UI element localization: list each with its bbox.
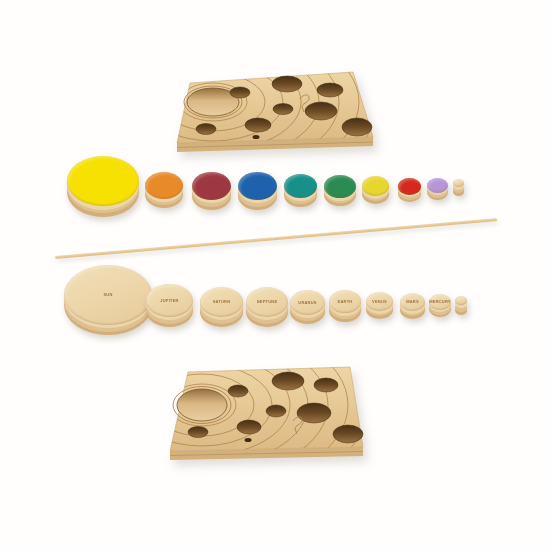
labeled-disc-neptune[interactable]: NEPTUNE [246, 287, 288, 327]
colored-disc-7[interactable] [362, 176, 389, 204]
wooden-stick[interactable] [55, 218, 498, 259]
labeled-disc-venus[interactable]: VENUS [366, 292, 393, 319]
colored-disc-2[interactable] [145, 172, 183, 208]
colored-disc-6[interactable] [324, 175, 356, 206]
small-wood-disc-row2[interactable] [455, 296, 467, 315]
colored-disc-8[interactable] [398, 178, 421, 202]
colored-disc-5[interactable] [284, 174, 317, 207]
labeled-disc-mercury[interactable]: MERCURY [429, 294, 451, 317]
small-wood-disc-row1[interactable] [453, 179, 464, 196]
labeled-disc-uranus[interactable]: URANUS [290, 290, 325, 324]
puzzle-board-top[interactable] [150, 55, 400, 165]
labeled-disc-mars[interactable]: MARS [400, 293, 425, 319]
tiny-hole [253, 135, 260, 139]
product-photo-canvas: SUN JUPITER SATURN NEPTUNE URANUS EARTH … [0, 0, 550, 550]
puzzle-board-bottom[interactable] [140, 355, 400, 470]
labeled-disc-sun[interactable]: SUN [64, 265, 152, 335]
labeled-disc-saturn[interactable]: SATURN [200, 287, 243, 327]
colored-disc-1-sun[interactable] [67, 156, 139, 217]
colored-disc-3[interactable] [192, 172, 231, 210]
tiny-hole [245, 438, 252, 442]
colored-disc-4[interactable] [238, 172, 277, 210]
labeled-disc-earth[interactable]: EARTH [329, 290, 361, 322]
sun-recess[interactable] [177, 389, 227, 421]
labeled-disc-jupiter[interactable]: JUPITER [146, 284, 193, 327]
colored-disc-9[interactable] [427, 178, 448, 200]
